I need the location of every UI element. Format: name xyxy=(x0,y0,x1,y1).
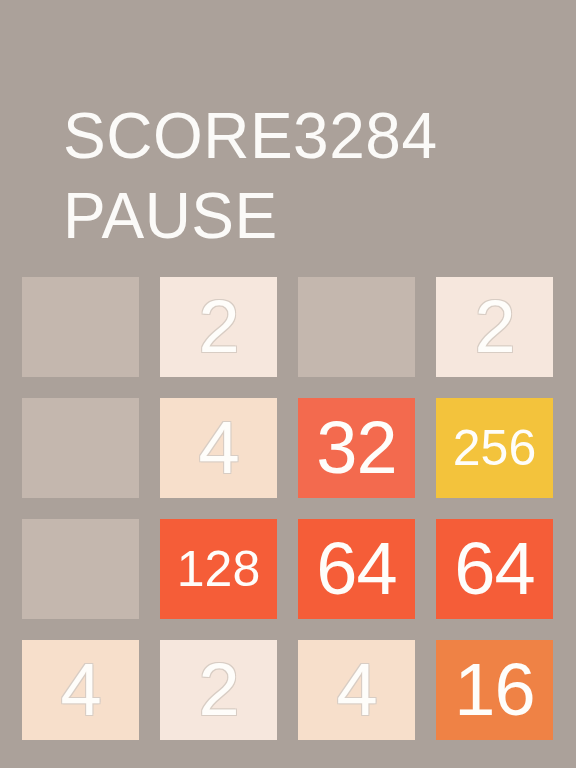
score-display: SCORE3284 xyxy=(63,104,437,168)
tile-64: 64 xyxy=(298,519,415,619)
tile-2: 2 xyxy=(160,640,277,740)
pause-button[interactable]: PAUSE xyxy=(63,184,278,248)
tile-value: 4 xyxy=(60,653,100,727)
tile-value: 2 xyxy=(198,290,238,364)
tile-value: 32 xyxy=(316,411,396,485)
tile-16: 16 xyxy=(436,640,553,740)
tile-value: 16 xyxy=(454,653,534,727)
score-value: 3284 xyxy=(293,100,437,172)
tile-2: 2 xyxy=(436,277,553,377)
tile-4: 4 xyxy=(298,640,415,740)
tile-64: 64 xyxy=(436,519,553,619)
empty-cell xyxy=(298,277,415,377)
empty-cell xyxy=(22,277,139,377)
empty-cell xyxy=(22,519,139,619)
tile-value: 128 xyxy=(177,544,260,594)
tile-value: 64 xyxy=(454,532,534,606)
tile-4: 4 xyxy=(160,398,277,498)
empty-cell xyxy=(22,398,139,498)
tile-256: 256 xyxy=(436,398,553,498)
tile-value: 256 xyxy=(453,423,536,473)
tile-4: 4 xyxy=(22,640,139,740)
tile-128: 128 xyxy=(160,519,277,619)
tile-value: 2 xyxy=(474,290,514,364)
tile-32: 32 xyxy=(298,398,415,498)
board[interactable]: 22432256128646442416 xyxy=(22,277,553,740)
tile-value: 2 xyxy=(198,653,238,727)
tile-value: 4 xyxy=(198,411,238,485)
score-label: SCORE xyxy=(63,100,293,172)
game-screen: SCORE3284 PAUSE 22432256128646442416 xyxy=(0,0,576,768)
tile-value: 4 xyxy=(336,653,376,727)
tile-2: 2 xyxy=(160,277,277,377)
tile-value: 64 xyxy=(316,532,396,606)
